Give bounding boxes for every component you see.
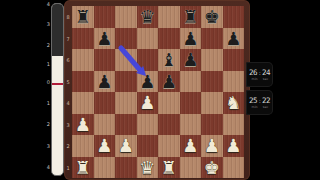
clock-bottom: 25 : 22 min sec: [246, 90, 273, 115]
rank-label-8: 8: [65, 14, 71, 20]
square-b1[interactable]: [94, 157, 116, 179]
square-f4[interactable]: [180, 92, 202, 114]
clock-top: 26 : 24 min sec: [246, 62, 273, 87]
white-pawn[interactable]: ♟: [118, 135, 134, 156]
eval-scale-2: 2: [44, 42, 50, 48]
square-b3[interactable]: [94, 114, 116, 136]
video-frame: 432101234 87654321 ♜♛♜♚♟♟♟♝♟♟♟♟♟♞♟♟♟♟♟♟♜…: [0, 0, 320, 180]
square-e4[interactable]: [158, 92, 180, 114]
square-b4[interactable]: [94, 92, 116, 114]
clock-sec-label: sec: [262, 105, 267, 108]
white-king[interactable]: ♚: [204, 157, 220, 178]
square-d1[interactable]: ♛: [137, 157, 159, 179]
square-a4[interactable]: [72, 92, 94, 114]
rank-label-4: 4: [65, 100, 71, 106]
black-pawn[interactable]: ♟: [182, 49, 198, 70]
square-d2[interactable]: [137, 135, 159, 157]
square-e5[interactable]: ♟: [158, 71, 180, 93]
square-a2[interactable]: [72, 135, 94, 157]
square-f7[interactable]: ♟: [180, 28, 202, 50]
clock-top-minutes: 26: [249, 68, 257, 77]
square-g1[interactable]: ♚: [201, 157, 223, 179]
square-f2[interactable]: ♟: [180, 135, 202, 157]
square-b6[interactable]: [94, 49, 116, 71]
square-a6[interactable]: [72, 49, 94, 71]
square-h1[interactable]: [223, 157, 245, 179]
square-c2[interactable]: ♟: [115, 135, 137, 157]
square-d8[interactable]: ♛: [137, 6, 159, 28]
clock-min-label: min: [251, 105, 257, 108]
clock-sec-label: sec: [262, 77, 267, 80]
eval-scale-1: 1: [44, 61, 50, 67]
square-c4[interactable]: [115, 92, 137, 114]
black-rook[interactable]: ♜: [75, 6, 91, 27]
white-pawn[interactable]: ♟: [96, 135, 112, 156]
square-c7[interactable]: [115, 28, 137, 50]
square-e1[interactable]: ♜: [158, 157, 180, 179]
eval-scale-3: 3: [44, 21, 50, 27]
clock-min-label: min: [251, 77, 257, 80]
eval-scale-2: 2: [44, 121, 50, 127]
square-f6[interactable]: ♟: [180, 49, 202, 71]
square-b2[interactable]: ♟: [94, 135, 116, 157]
square-h5[interactable]: [223, 71, 245, 93]
square-b8[interactable]: [94, 6, 116, 28]
black-pawn[interactable]: ♟: [225, 28, 241, 49]
rank-label-2: 2: [65, 143, 71, 149]
square-c6[interactable]: [115, 49, 137, 71]
chess-board: 87654321 ♜♛♜♚♟♟♟♝♟♟♟♟♟♞♟♟♟♟♟♟♜♛♜♚: [64, 0, 250, 180]
rank-label-6: 6: [65, 57, 71, 63]
black-pawn[interactable]: ♟: [139, 71, 155, 92]
eval-scale-3: 3: [44, 143, 50, 149]
eval-scale-0: 0: [44, 79, 50, 85]
rank-label-1: 1: [65, 165, 71, 171]
eval-scale-1: 1: [44, 100, 50, 106]
clock-bottom-minutes: 25: [249, 96, 257, 105]
square-b5[interactable]: ♟: [94, 71, 116, 93]
square-e6[interactable]: ♝: [158, 49, 180, 71]
white-pawn[interactable]: ♟: [225, 135, 241, 156]
square-g8[interactable]: ♚: [201, 6, 223, 28]
square-a7[interactable]: [72, 28, 94, 50]
square-h2[interactable]: ♟: [223, 135, 245, 157]
square-c1[interactable]: [115, 157, 137, 179]
square-f8[interactable]: ♜: [180, 6, 202, 28]
square-a1[interactable]: ♜: [72, 157, 94, 179]
square-g3[interactable]: [201, 114, 223, 136]
square-h4[interactable]: ♞: [223, 92, 245, 114]
square-a8[interactable]: ♜: [72, 6, 94, 28]
white-queen[interactable]: ♛: [139, 157, 155, 178]
white-pawn[interactable]: ♟: [139, 92, 155, 113]
black-rook[interactable]: ♜: [182, 6, 198, 27]
clock-bottom-seconds: 22: [262, 96, 270, 105]
rank-label-3: 3: [65, 122, 71, 128]
square-e8[interactable]: [158, 6, 180, 28]
square-g2[interactable]: ♟: [201, 135, 223, 157]
white-knight[interactable]: ♞: [225, 92, 241, 113]
rank-label-5: 5: [65, 79, 71, 85]
white-pawn[interactable]: ♟: [182, 135, 198, 156]
white-pawn[interactable]: ♟: [75, 114, 91, 135]
square-c8[interactable]: [115, 6, 137, 28]
evaluation-bar-track: [51, 3, 64, 176]
square-h6[interactable]: [223, 49, 245, 71]
black-pawn[interactable]: ♟: [96, 71, 112, 92]
evaluation-bar: 432101234: [44, 0, 64, 180]
white-rook[interactable]: ♜: [75, 157, 91, 178]
chess-clock: 26 : 24 min sec 25 : 22 min sec: [246, 62, 273, 118]
evaluation-black-fill: [52, 4, 63, 56]
square-e2[interactable]: [158, 135, 180, 157]
black-pawn[interactable]: ♟: [96, 28, 112, 49]
clock-top-seconds: 24: [262, 68, 270, 77]
square-h8[interactable]: [223, 6, 245, 28]
square-f1[interactable]: [180, 157, 202, 179]
square-b7[interactable]: ♟: [94, 28, 116, 50]
square-d6[interactable]: [137, 49, 159, 71]
square-d7[interactable]: [137, 28, 159, 50]
square-g7[interactable]: [201, 28, 223, 50]
square-c5[interactable]: [115, 71, 137, 93]
white-pawn[interactable]: ♟: [204, 135, 220, 156]
square-f5[interactable]: [180, 71, 202, 93]
square-d3[interactable]: [137, 114, 159, 136]
evaluation-zero-line: [52, 83, 63, 85]
black-pawn[interactable]: ♟: [161, 71, 177, 92]
black-queen[interactable]: ♛: [139, 6, 155, 27]
eval-scale-4: 4: [44, 164, 50, 170]
square-h7[interactable]: ♟: [223, 28, 245, 50]
black-king[interactable]: ♚: [204, 6, 220, 27]
square-h3[interactable]: [223, 114, 245, 136]
square-g5[interactable]: [201, 71, 223, 93]
board-grid: ♜♛♜♚♟♟♟♝♟♟♟♟♟♞♟♟♟♟♟♟♜♛♜♚: [72, 6, 244, 178]
square-e7[interactable]: [158, 28, 180, 50]
square-a3[interactable]: ♟: [72, 114, 94, 136]
black-bishop[interactable]: ♝: [161, 49, 177, 70]
square-c3[interactable]: [115, 114, 137, 136]
square-d4[interactable]: ♟: [137, 92, 159, 114]
white-rook[interactable]: ♜: [161, 157, 177, 178]
black-pawn[interactable]: ♟: [182, 28, 198, 49]
square-f3[interactable]: [180, 114, 202, 136]
eval-scale-4: 4: [44, 1, 50, 7]
square-a5[interactable]: [72, 71, 94, 93]
square-g4[interactable]: [201, 92, 223, 114]
square-d5[interactable]: ♟: [137, 71, 159, 93]
rank-label-7: 7: [65, 36, 71, 42]
square-e3[interactable]: [158, 114, 180, 136]
square-g6[interactable]: [201, 49, 223, 71]
